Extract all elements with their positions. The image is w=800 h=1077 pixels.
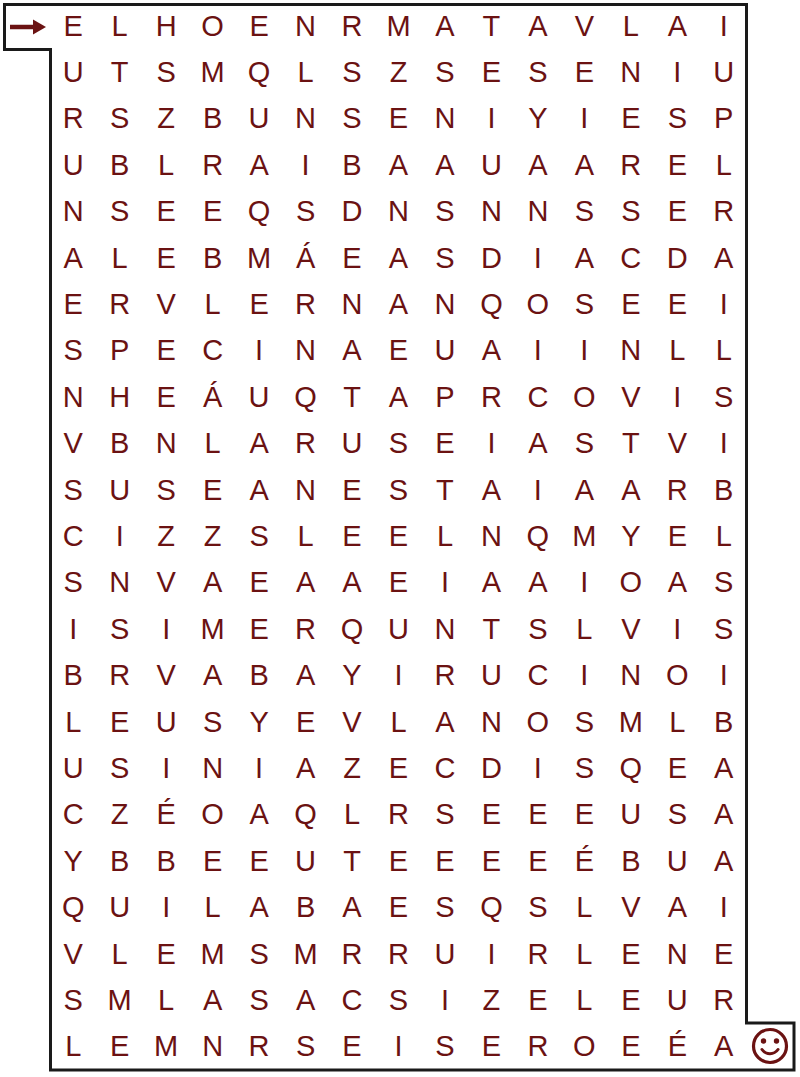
grid-cell[interactable]: I	[561, 96, 607, 142]
grid-cell[interactable]: A	[375, 235, 421, 281]
grid-cell[interactable]: O	[654, 652, 700, 698]
grid-cell[interactable]: M	[189, 49, 235, 95]
grid-cell[interactable]: S	[189, 699, 235, 745]
grid-cell[interactable]: R	[282, 421, 328, 467]
grid-cell[interactable]: E	[654, 513, 700, 559]
grid-cell[interactable]: L	[143, 977, 189, 1023]
grid-cell[interactable]: V	[143, 560, 189, 606]
grid-cell[interactable]: Y	[515, 96, 561, 142]
grid-cell[interactable]: S	[329, 49, 375, 95]
grid-cell[interactable]: S	[236, 977, 282, 1023]
grid-cell[interactable]: Q	[468, 281, 514, 327]
grid-cell[interactable]: N	[282, 467, 328, 513]
grid-cell[interactable]: E	[50, 281, 96, 327]
grid-cell[interactable]: U	[608, 792, 654, 838]
grid-cell[interactable]: U	[50, 49, 96, 95]
grid-cell[interactable]: Z	[329, 745, 375, 791]
grid-cell[interactable]: M	[561, 513, 607, 559]
grid-cell[interactable]: A	[701, 745, 747, 791]
grid-cell[interactable]: V	[608, 884, 654, 930]
grid-cell[interactable]: V	[143, 281, 189, 327]
grid-cell[interactable]: M	[375, 3, 421, 49]
grid-cell[interactable]: E	[375, 513, 421, 559]
grid-cell[interactable]: A	[561, 467, 607, 513]
grid-cell[interactable]: E	[375, 838, 421, 884]
grid-cell[interactable]: A	[561, 142, 607, 188]
grid-cell[interactable]: S	[422, 49, 468, 95]
grid-cell[interactable]: D	[468, 235, 514, 281]
grid-cell[interactable]: A	[654, 560, 700, 606]
grid-cell[interactable]: S	[608, 189, 654, 235]
grid-cell[interactable]: I	[515, 328, 561, 374]
grid-cell[interactable]: C	[422, 745, 468, 791]
grid-cell[interactable]: C	[608, 235, 654, 281]
grid-cell[interactable]: U	[468, 652, 514, 698]
grid-cell[interactable]: E	[375, 328, 421, 374]
grid-cell[interactable]: U	[282, 838, 328, 884]
grid-cell[interactable]: S	[515, 49, 561, 95]
grid-cell[interactable]: E	[608, 1024, 654, 1070]
grid-cell[interactable]: I	[701, 421, 747, 467]
grid-cell[interactable]: A	[654, 3, 700, 49]
grid-cell[interactable]: L	[50, 699, 96, 745]
grid-cell[interactable]: A	[701, 838, 747, 884]
grid-cell[interactable]: E	[329, 235, 375, 281]
grid-cell[interactable]: R	[468, 374, 514, 420]
grid-cell[interactable]: A	[189, 560, 235, 606]
grid-cell[interactable]: E	[515, 838, 561, 884]
grid-cell[interactable]: S	[422, 792, 468, 838]
grid-cell[interactable]: U	[422, 328, 468, 374]
grid-cell[interactable]: I	[236, 328, 282, 374]
grid-cell[interactable]: R	[608, 142, 654, 188]
grid-cell[interactable]: A	[329, 328, 375, 374]
grid-cell[interactable]: E	[329, 1024, 375, 1070]
grid-cell[interactable]: E	[654, 142, 700, 188]
grid-cell[interactable]: V	[329, 699, 375, 745]
grid-cell[interactable]: E	[515, 977, 561, 1023]
grid-cell[interactable]: P	[422, 374, 468, 420]
grid-cell[interactable]: E	[468, 792, 514, 838]
grid-cell[interactable]: S	[422, 884, 468, 930]
grid-cell[interactable]: S	[701, 606, 747, 652]
grid-cell[interactable]: A	[468, 560, 514, 606]
grid-cell[interactable]: N	[50, 374, 96, 420]
grid-cell[interactable]: L	[422, 513, 468, 559]
grid-cell[interactable]: E	[143, 374, 189, 420]
grid-cell[interactable]: V	[50, 931, 96, 977]
grid-cell[interactable]: R	[50, 96, 96, 142]
grid-cell[interactable]: S	[143, 467, 189, 513]
grid-cell[interactable]: A	[282, 652, 328, 698]
grid-cell[interactable]: I	[654, 49, 700, 95]
grid-cell[interactable]: A	[236, 421, 282, 467]
grid-cell[interactable]: I	[375, 1024, 421, 1070]
grid-cell[interactable]: A	[329, 560, 375, 606]
grid-cell[interactable]: R	[96, 652, 142, 698]
grid-cell[interactable]: E	[236, 560, 282, 606]
grid-cell[interactable]: E	[282, 699, 328, 745]
grid-cell[interactable]: U	[422, 931, 468, 977]
grid-cell[interactable]: L	[701, 328, 747, 374]
grid-cell[interactable]: S	[561, 189, 607, 235]
grid-cell[interactable]: Q	[282, 374, 328, 420]
grid-cell[interactable]: U	[96, 467, 142, 513]
grid-cell[interactable]: R	[189, 142, 235, 188]
grid-cell[interactable]: U	[236, 374, 282, 420]
grid-cell[interactable]: E	[143, 328, 189, 374]
grid-cell[interactable]: E	[561, 792, 607, 838]
grid-cell[interactable]: R	[515, 931, 561, 977]
grid-cell[interactable]: R	[236, 1024, 282, 1070]
grid-cell[interactable]: I	[701, 884, 747, 930]
grid-cell[interactable]: L	[189, 281, 235, 327]
grid-cell[interactable]: C	[50, 792, 96, 838]
grid-cell[interactable]: L	[654, 328, 700, 374]
grid-cell[interactable]: E	[375, 884, 421, 930]
grid-cell[interactable]: E	[96, 699, 142, 745]
grid-cell[interactable]: C	[515, 374, 561, 420]
grid-cell[interactable]: E	[608, 931, 654, 977]
grid-cell[interactable]: A	[422, 3, 468, 49]
grid-cell[interactable]: S	[96, 606, 142, 652]
grid-cell[interactable]: S	[561, 745, 607, 791]
grid-cell[interactable]: U	[96, 884, 142, 930]
grid-cell[interactable]: R	[329, 931, 375, 977]
grid-cell[interactable]: Y	[329, 652, 375, 698]
grid-cell[interactable]: I	[422, 977, 468, 1023]
grid-cell[interactable]: I	[561, 560, 607, 606]
grid-cell[interactable]: Á	[189, 374, 235, 420]
grid-cell[interactable]: Y	[608, 513, 654, 559]
grid-cell[interactable]: N	[468, 699, 514, 745]
grid-cell[interactable]: C	[50, 513, 96, 559]
grid-cell[interactable]: Q	[236, 49, 282, 95]
grid-cell[interactable]: U	[143, 699, 189, 745]
grid-cell[interactable]: E	[608, 96, 654, 142]
grid-cell[interactable]: I	[701, 281, 747, 327]
grid-cell[interactable]: É	[654, 1024, 700, 1070]
grid-cell[interactable]: O	[561, 1024, 607, 1070]
grid-cell[interactable]: E	[189, 467, 235, 513]
grid-cell[interactable]: S	[561, 421, 607, 467]
grid-cell[interactable]: T	[422, 467, 468, 513]
grid-cell[interactable]: S	[143, 49, 189, 95]
grid-cell[interactable]: L	[654, 699, 700, 745]
grid-cell[interactable]: N	[468, 189, 514, 235]
grid-cell[interactable]: L	[189, 421, 235, 467]
grid-cell[interactable]: E	[608, 281, 654, 327]
grid-cell[interactable]: L	[701, 142, 747, 188]
grid-cell[interactable]: U	[701, 49, 747, 95]
grid-cell[interactable]: L	[701, 513, 747, 559]
grid-cell[interactable]: S	[422, 235, 468, 281]
grid-cell[interactable]: M	[189, 606, 235, 652]
grid-cell[interactable]: S	[515, 606, 561, 652]
grid-cell[interactable]: A	[701, 235, 747, 281]
grid-cell[interactable]: U	[375, 606, 421, 652]
grid-cell[interactable]: L	[561, 931, 607, 977]
grid-cell[interactable]: A	[375, 374, 421, 420]
grid-cell[interactable]: S	[701, 374, 747, 420]
grid-cell[interactable]: Y	[50, 838, 96, 884]
grid-cell[interactable]: V	[654, 421, 700, 467]
grid-cell[interactable]: U	[236, 96, 282, 142]
grid-cell[interactable]: L	[282, 49, 328, 95]
grid-cell[interactable]: S	[282, 189, 328, 235]
grid-cell[interactable]: I	[282, 142, 328, 188]
grid-cell[interactable]: N	[654, 931, 700, 977]
grid-cell[interactable]: M	[282, 931, 328, 977]
grid-cell[interactable]: A	[515, 3, 561, 49]
grid-cell[interactable]: L	[561, 606, 607, 652]
grid-cell[interactable]: U	[654, 838, 700, 884]
grid-cell[interactable]: O	[189, 792, 235, 838]
grid-cell[interactable]: M	[96, 977, 142, 1023]
grid-cell[interactable]: A	[236, 467, 282, 513]
grid-cell[interactable]: L	[375, 699, 421, 745]
grid-cell[interactable]: B	[96, 142, 142, 188]
grid-cell[interactable]: O	[189, 3, 235, 49]
grid-cell[interactable]: U	[654, 977, 700, 1023]
grid-cell[interactable]: L	[143, 142, 189, 188]
grid-cell[interactable]: S	[96, 189, 142, 235]
grid-cell[interactable]: E	[143, 931, 189, 977]
grid-cell[interactable]: R	[96, 281, 142, 327]
grid-cell[interactable]: N	[282, 328, 328, 374]
grid-cell[interactable]: B	[189, 235, 235, 281]
grid-cell[interactable]: Z	[96, 792, 142, 838]
grid-cell[interactable]: R	[282, 606, 328, 652]
grid-cell[interactable]: A	[468, 328, 514, 374]
grid-cell[interactable]: I	[143, 884, 189, 930]
grid-cell[interactable]: S	[282, 1024, 328, 1070]
grid-cell[interactable]: E	[236, 838, 282, 884]
grid-cell[interactable]: Y	[236, 699, 282, 745]
grid-cell[interactable]: Z	[468, 977, 514, 1023]
grid-cell[interactable]: N	[608, 652, 654, 698]
grid-cell[interactable]: H	[143, 3, 189, 49]
grid-cell[interactable]: L	[96, 235, 142, 281]
grid-cell[interactable]: B	[701, 699, 747, 745]
grid-cell[interactable]: N	[422, 281, 468, 327]
grid-cell[interactable]: N	[608, 49, 654, 95]
grid-cell[interactable]: I	[701, 652, 747, 698]
grid-cell[interactable]: E	[468, 838, 514, 884]
grid-cell[interactable]: M	[189, 931, 235, 977]
grid-cell[interactable]: S	[50, 977, 96, 1023]
grid-cell[interactable]: R	[422, 652, 468, 698]
grid-cell[interactable]: A	[236, 142, 282, 188]
grid-cell[interactable]: B	[143, 838, 189, 884]
grid-cell[interactable]: M	[236, 235, 282, 281]
grid-cell[interactable]: E	[654, 281, 700, 327]
grid-cell[interactable]: I	[561, 652, 607, 698]
grid-cell[interactable]: L	[329, 792, 375, 838]
grid-cell[interactable]: I	[468, 421, 514, 467]
grid-cell[interactable]: N	[468, 513, 514, 559]
grid-cell[interactable]: I	[515, 467, 561, 513]
grid-cell[interactable]: M	[143, 1024, 189, 1070]
grid-cell[interactable]: E	[143, 189, 189, 235]
grid-cell[interactable]: E	[515, 792, 561, 838]
grid-cell[interactable]: L	[96, 3, 142, 49]
grid-cell[interactable]: I	[654, 606, 700, 652]
grid-cell[interactable]: N	[282, 96, 328, 142]
grid-cell[interactable]: E	[422, 421, 468, 467]
grid-cell[interactable]: T	[608, 421, 654, 467]
grid-cell[interactable]: I	[375, 652, 421, 698]
grid-cell[interactable]: Z	[143, 513, 189, 559]
grid-cell[interactable]: I	[422, 560, 468, 606]
grid-cell[interactable]: S	[96, 745, 142, 791]
grid-cell[interactable]: A	[701, 1024, 747, 1070]
grid-cell[interactable]: S	[375, 977, 421, 1023]
grid-cell[interactable]: L	[561, 977, 607, 1023]
grid-cell[interactable]: I	[515, 745, 561, 791]
grid-cell[interactable]: Z	[143, 96, 189, 142]
grid-cell[interactable]: Q	[282, 792, 328, 838]
grid-cell[interactable]: I	[468, 96, 514, 142]
grid-cell[interactable]: S	[375, 467, 421, 513]
grid-cell[interactable]: R	[701, 189, 747, 235]
grid-cell[interactable]: A	[282, 560, 328, 606]
grid-cell[interactable]: U	[468, 142, 514, 188]
grid-cell[interactable]: I	[143, 745, 189, 791]
grid-cell[interactable]: S	[561, 699, 607, 745]
grid-cell[interactable]: Á	[282, 235, 328, 281]
grid-cell[interactable]: E	[236, 3, 282, 49]
grid-cell[interactable]: A	[282, 977, 328, 1023]
grid-cell[interactable]: T	[329, 838, 375, 884]
grid-cell[interactable]: B	[50, 652, 96, 698]
grid-cell[interactable]: N	[375, 189, 421, 235]
grid-cell[interactable]: A	[515, 142, 561, 188]
grid-cell[interactable]: V	[143, 652, 189, 698]
grid-cell[interactable]: Q	[329, 606, 375, 652]
grid-cell[interactable]: E	[375, 745, 421, 791]
grid-cell[interactable]: S	[654, 792, 700, 838]
grid-cell[interactable]: S	[422, 189, 468, 235]
grid-cell[interactable]: I	[50, 606, 96, 652]
grid-cell[interactable]: D	[654, 235, 700, 281]
grid-cell[interactable]: E	[422, 838, 468, 884]
grid-cell[interactable]: L	[561, 884, 607, 930]
grid-cell[interactable]: C	[189, 328, 235, 374]
grid-cell[interactable]: U	[329, 421, 375, 467]
grid-cell[interactable]: O	[608, 560, 654, 606]
grid-cell[interactable]: S	[515, 884, 561, 930]
grid-cell[interactable]: A	[189, 977, 235, 1023]
grid-cell[interactable]: H	[96, 374, 142, 420]
grid-cell[interactable]: S	[422, 1024, 468, 1070]
grid-cell[interactable]: V	[561, 3, 607, 49]
grid-cell[interactable]: S	[561, 281, 607, 327]
grid-cell[interactable]: E	[654, 189, 700, 235]
grid-cell[interactable]: N	[422, 606, 468, 652]
grid-cell[interactable]: S	[50, 560, 96, 606]
grid-cell[interactable]: V	[608, 606, 654, 652]
grid-cell[interactable]: T	[96, 49, 142, 95]
grid-cell[interactable]: N	[329, 281, 375, 327]
grid-cell[interactable]: R	[375, 931, 421, 977]
grid-cell[interactable]: B	[96, 838, 142, 884]
grid-cell[interactable]: É	[143, 792, 189, 838]
grid-cell[interactable]: I	[515, 235, 561, 281]
grid-cell[interactable]: Q	[468, 884, 514, 930]
grid-cell[interactable]: A	[422, 699, 468, 745]
grid-cell[interactable]: D	[468, 745, 514, 791]
grid-cell[interactable]: E	[701, 931, 747, 977]
grid-cell[interactable]: A	[282, 745, 328, 791]
grid-cell[interactable]: A	[468, 467, 514, 513]
grid-cell[interactable]: A	[375, 281, 421, 327]
grid-cell[interactable]: Q	[50, 884, 96, 930]
grid-cell[interactable]: U	[50, 142, 96, 188]
grid-cell[interactable]: B	[96, 421, 142, 467]
grid-cell[interactable]: N	[96, 560, 142, 606]
grid-cell[interactable]: O	[515, 699, 561, 745]
grid-cell[interactable]: E	[189, 189, 235, 235]
grid-cell[interactable]: L	[189, 884, 235, 930]
grid-cell[interactable]: E	[236, 606, 282, 652]
grid-cell[interactable]: B	[189, 96, 235, 142]
grid-cell[interactable]: S	[96, 96, 142, 142]
grid-cell[interactable]: E	[561, 49, 607, 95]
grid-cell[interactable]: B	[701, 467, 747, 513]
grid-cell[interactable]: I	[96, 513, 142, 559]
grid-cell[interactable]: N	[422, 96, 468, 142]
grid-cell[interactable]: I	[561, 328, 607, 374]
grid-cell[interactable]: Q	[515, 513, 561, 559]
grid-cell[interactable]: Q	[608, 745, 654, 791]
grid-cell[interactable]: R	[515, 1024, 561, 1070]
grid-cell[interactable]: S	[701, 560, 747, 606]
grid-cell[interactable]: E	[468, 1024, 514, 1070]
grid-cell[interactable]: L	[96, 931, 142, 977]
grid-cell[interactable]: A	[189, 652, 235, 698]
grid-cell[interactable]: A	[375, 142, 421, 188]
grid-cell[interactable]: E	[50, 3, 96, 49]
grid-cell[interactable]: T	[468, 606, 514, 652]
grid-cell[interactable]: R	[329, 3, 375, 49]
grid-cell[interactable]: N	[50, 189, 96, 235]
grid-cell[interactable]: I	[654, 374, 700, 420]
grid-cell[interactable]: L	[608, 3, 654, 49]
grid-cell[interactable]: N	[608, 328, 654, 374]
grid-cell[interactable]: U	[50, 745, 96, 791]
grid-cell[interactable]: C	[329, 977, 375, 1023]
grid-cell[interactable]: O	[515, 281, 561, 327]
grid-cell[interactable]: Z	[189, 513, 235, 559]
grid-cell[interactable]: A	[236, 884, 282, 930]
grid-cell[interactable]: D	[329, 189, 375, 235]
grid-cell[interactable]: N	[189, 1024, 235, 1070]
grid-cell[interactable]: V	[50, 421, 96, 467]
grid-cell[interactable]: T	[468, 3, 514, 49]
grid-cell[interactable]: Q	[236, 189, 282, 235]
grid-cell[interactable]: S	[329, 96, 375, 142]
grid-cell[interactable]: E	[329, 467, 375, 513]
grid-cell[interactable]: A	[515, 560, 561, 606]
grid-cell[interactable]: R	[654, 467, 700, 513]
grid-cell[interactable]: R	[701, 977, 747, 1023]
grid-cell[interactable]: N	[143, 421, 189, 467]
grid-cell[interactable]: M	[608, 699, 654, 745]
grid-cell[interactable]: S	[236, 931, 282, 977]
grid-cell[interactable]: O	[561, 374, 607, 420]
grid-cell[interactable]: T	[329, 374, 375, 420]
